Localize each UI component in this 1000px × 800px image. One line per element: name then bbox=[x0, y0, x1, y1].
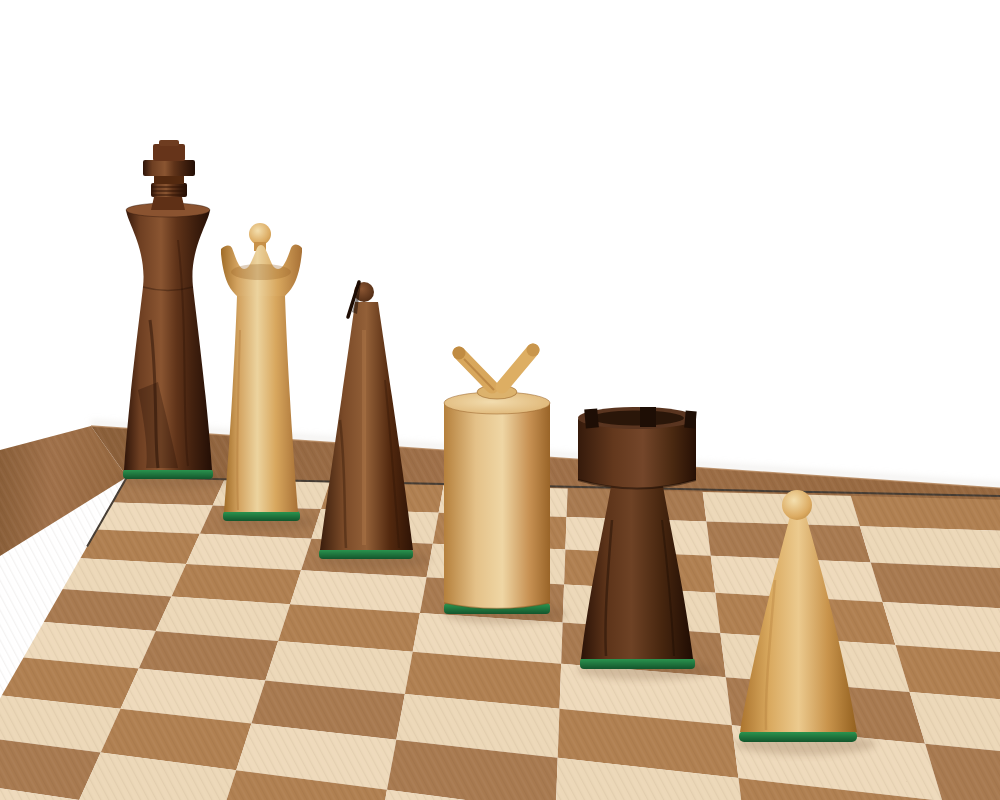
rook-notch-icon bbox=[584, 408, 599, 428]
rook-notch-icon bbox=[684, 411, 696, 429]
felt-base bbox=[223, 511, 300, 521]
queen-ball-icon bbox=[249, 223, 271, 245]
felt-base bbox=[123, 469, 213, 479]
felt-base bbox=[739, 731, 857, 742]
chess-photo-scene bbox=[0, 0, 1000, 800]
felt-base bbox=[319, 549, 413, 559]
chessboard-svg bbox=[0, 0, 1000, 800]
felt-base bbox=[580, 658, 695, 669]
rook-notch-icon bbox=[640, 407, 656, 427]
pawn-ball-icon bbox=[782, 490, 812, 520]
king-cross-icon bbox=[143, 160, 195, 176]
